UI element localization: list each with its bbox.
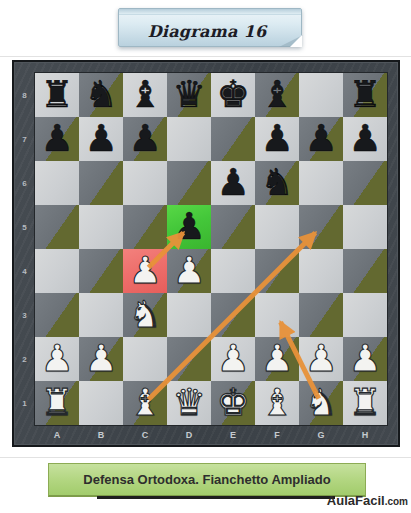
file-coordinates: ABCDEFGH (35, 425, 387, 445)
square-b7: ♟ (79, 117, 123, 161)
white-pawn: ♟ (343, 337, 387, 381)
square-e5 (211, 205, 255, 249)
square-e4 (211, 249, 255, 293)
divider-bottom (0, 457, 411, 458)
square-e1: ♚ (211, 381, 255, 425)
file-label-b: B (79, 425, 123, 445)
square-d4: ♟ (167, 249, 211, 293)
square-d5: ♟ (167, 205, 211, 249)
black-pawn: ♟ (35, 117, 79, 161)
square-b3 (79, 293, 123, 337)
square-f8: ♝ (255, 73, 299, 117)
caption-banner: Defensa Ortodoxa. Fianchetto Ampliado (48, 463, 366, 497)
square-c4: ♟ (123, 249, 167, 293)
white-pawn: ♟ (123, 249, 167, 293)
square-e8: ♚ (211, 73, 255, 117)
black-pawn: ♟ (167, 205, 211, 249)
white-pawn: ♟ (167, 249, 211, 293)
white-knight: ♞ (299, 381, 343, 425)
square-h4 (343, 249, 387, 293)
square-h5 (343, 205, 387, 249)
black-pawn: ♟ (79, 117, 123, 161)
black-pawn: ♟ (255, 117, 299, 161)
file-label-g: G (299, 425, 343, 445)
white-pawn: ♟ (255, 337, 299, 381)
square-h1: ♜ (343, 381, 387, 425)
square-c6 (123, 161, 167, 205)
board-grid: ♜♞♝♛♚♝♜♟♟♟♟♟♟♟♞♟♟♟♞♟♟♟♟♟♟♜♝♛♚♝♞♜ (35, 73, 387, 425)
square-a8: ♜ (35, 73, 79, 117)
black-bishop: ♝ (123, 73, 167, 117)
square-a5 (35, 205, 79, 249)
square-c5 (123, 205, 167, 249)
black-pawn: ♟ (123, 117, 167, 161)
square-g1: ♞ (299, 381, 343, 425)
square-a4 (35, 249, 79, 293)
black-queen: ♛ (167, 73, 211, 117)
square-c1: ♝ (123, 381, 167, 425)
rank-label-5: 5 (14, 205, 35, 249)
square-e3 (211, 293, 255, 337)
square-h7: ♟ (343, 117, 387, 161)
diagram-title: Diagrama 16 (119, 16, 295, 46)
square-h6 (343, 161, 387, 205)
square-f6: ♞ (255, 161, 299, 205)
black-rook: ♜ (343, 73, 387, 117)
black-pawn: ♟ (299, 117, 343, 161)
square-h3 (343, 293, 387, 337)
square-d3 (167, 293, 211, 337)
square-f4 (255, 249, 299, 293)
square-e6: ♟ (211, 161, 255, 205)
white-pawn: ♟ (35, 337, 79, 381)
rank-label-1: 1 (14, 381, 35, 425)
square-g7: ♟ (299, 117, 343, 161)
square-a3 (35, 293, 79, 337)
square-a1: ♜ (35, 381, 79, 425)
square-h2: ♟ (343, 337, 387, 381)
file-label-d: D (167, 425, 211, 445)
watermark-suffix: .com (385, 496, 408, 507)
white-queen: ♛ (167, 381, 211, 425)
square-c8: ♝ (123, 73, 167, 117)
rank-label-7: 7 (14, 117, 35, 161)
square-g4 (299, 249, 343, 293)
square-e7 (211, 117, 255, 161)
black-pawn: ♟ (343, 117, 387, 161)
square-d2 (167, 337, 211, 381)
white-pawn: ♟ (79, 337, 123, 381)
square-d7 (167, 117, 211, 161)
black-king: ♚ (211, 73, 255, 117)
title-banner: Diagrama 16 (118, 8, 302, 47)
caption-shadow-line (97, 496, 335, 499)
square-b5 (79, 205, 123, 249)
square-g3 (299, 293, 343, 337)
file-label-h: H (343, 425, 387, 445)
square-b2: ♟ (79, 337, 123, 381)
square-b1 (79, 381, 123, 425)
square-b4 (79, 249, 123, 293)
white-rook: ♜ (343, 381, 387, 425)
black-knight: ♞ (255, 161, 299, 205)
white-king: ♚ (211, 381, 255, 425)
white-pawn: ♟ (299, 337, 343, 381)
square-a2: ♟ (35, 337, 79, 381)
square-c3: ♞ (123, 293, 167, 337)
square-f1: ♝ (255, 381, 299, 425)
divider-top (0, 56, 411, 57)
square-b8: ♞ (79, 73, 123, 117)
black-knight: ♞ (79, 73, 123, 117)
rank-coordinates: 87654321 (14, 73, 35, 425)
white-knight: ♞ (123, 293, 167, 337)
square-f2: ♟ (255, 337, 299, 381)
rank-label-8: 8 (14, 73, 35, 117)
square-d8: ♛ (167, 73, 211, 117)
square-g8 (299, 73, 343, 117)
page: { "game": "chess", "title": { "text": "D… (0, 0, 411, 513)
opening-caption: Defensa Ortodoxa. Fianchetto Ampliado (83, 472, 330, 487)
square-e2: ♟ (211, 337, 255, 381)
black-bishop: ♝ (255, 73, 299, 117)
white-bishop: ♝ (123, 381, 167, 425)
chess-board: 87654321 ABCDEFGH ♜♞♝♛♚♝♜♟♟♟♟♟♟♟♞♟♟♟♞♟♟♟… (12, 60, 400, 447)
square-f3 (255, 293, 299, 337)
square-f5 (255, 205, 299, 249)
rank-label-6: 6 (14, 161, 35, 205)
rank-label-2: 2 (14, 337, 35, 381)
ribbon-top-edge (119, 9, 301, 15)
ribbon-fold-cut (290, 35, 302, 47)
square-c7: ♟ (123, 117, 167, 161)
square-b6 (79, 161, 123, 205)
black-pawn: ♟ (211, 161, 255, 205)
watermark-brand: AulaFacil (327, 493, 385, 508)
watermark: AulaFacil.com (327, 493, 408, 511)
square-g5 (299, 205, 343, 249)
black-rook: ♜ (35, 73, 79, 117)
square-d1: ♛ (167, 381, 211, 425)
square-a6 (35, 161, 79, 205)
file-label-e: E (211, 425, 255, 445)
square-h8: ♜ (343, 73, 387, 117)
square-a7: ♟ (35, 117, 79, 161)
white-pawn: ♟ (211, 337, 255, 381)
white-bishop: ♝ (255, 381, 299, 425)
rank-label-3: 3 (14, 293, 35, 337)
file-label-a: A (35, 425, 79, 445)
square-g2: ♟ (299, 337, 343, 381)
square-c2 (123, 337, 167, 381)
file-label-c: C (123, 425, 167, 445)
file-label-f: F (255, 425, 299, 445)
rank-label-4: 4 (14, 249, 35, 293)
square-g6 (299, 161, 343, 205)
square-f7: ♟ (255, 117, 299, 161)
square-d6 (167, 161, 211, 205)
white-rook: ♜ (35, 381, 79, 425)
